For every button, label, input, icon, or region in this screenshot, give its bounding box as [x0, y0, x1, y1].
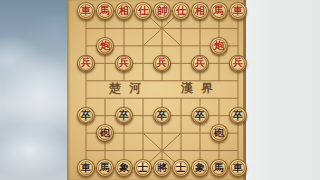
piece-red-soldier[interactable]: 兵	[191, 55, 209, 73]
right-panel	[246, 0, 320, 180]
piece-red-soldier[interactable]: 兵	[153, 55, 171, 73]
piece-red-soldier[interactable]: 兵	[77, 55, 95, 73]
piece-red-cannon[interactable]: 炮	[96, 37, 114, 55]
piece-red-cannon[interactable]: 炮	[210, 37, 228, 55]
piece-black-advisor[interactable]: 士	[172, 159, 190, 177]
piece-black-elephant[interactable]: 象	[115, 159, 133, 177]
piece-black-soldier[interactable]: 卒	[191, 107, 209, 125]
piece-red-chariot[interactable]: 車	[77, 2, 95, 20]
piece-black-horse[interactable]: 馬	[96, 159, 114, 177]
piece-black-chariot[interactable]: 車	[229, 159, 247, 177]
river-label-chu-he: 楚河	[109, 80, 149, 97]
mountain-photo-backdrop	[0, 0, 67, 180]
piece-black-soldier[interactable]: 卒	[115, 107, 133, 125]
piece-black-chariot[interactable]: 車	[77, 159, 95, 177]
xiangqi-game-screenshot: 楚河 漢界 車馬相仕帥仕相馬車炮炮兵兵兵兵兵卒卒卒卒卒砲砲車馬象士將士象馬車	[0, 0, 320, 180]
piece-red-soldier[interactable]: 兵	[115, 55, 133, 73]
piece-black-soldier[interactable]: 卒	[153, 107, 171, 125]
piece-red-advisor[interactable]: 仕	[134, 2, 152, 20]
piece-black-general[interactable]: 將	[153, 159, 171, 177]
piece-black-cannon[interactable]: 砲	[210, 124, 228, 142]
piece-red-advisor[interactable]: 仕	[172, 2, 190, 20]
piece-red-soldier[interactable]: 兵	[229, 55, 247, 73]
piece-black-advisor[interactable]: 士	[134, 159, 152, 177]
piece-red-elephant[interactable]: 相	[115, 2, 133, 20]
piece-red-chariot[interactable]: 車	[229, 2, 247, 20]
piece-black-elephant[interactable]: 象	[191, 159, 209, 177]
piece-black-soldier[interactable]: 卒	[77, 107, 95, 125]
piece-red-horse[interactable]: 馬	[210, 2, 228, 20]
piece-black-cannon[interactable]: 砲	[96, 124, 114, 142]
river-label-han-jie: 漢界	[181, 80, 221, 97]
piece-black-soldier[interactable]: 卒	[229, 107, 247, 125]
piece-red-general[interactable]: 帥	[153, 2, 171, 20]
piece-red-horse[interactable]: 馬	[96, 2, 114, 20]
piece-black-horse[interactable]: 馬	[210, 159, 228, 177]
piece-red-elephant[interactable]: 相	[191, 2, 209, 20]
